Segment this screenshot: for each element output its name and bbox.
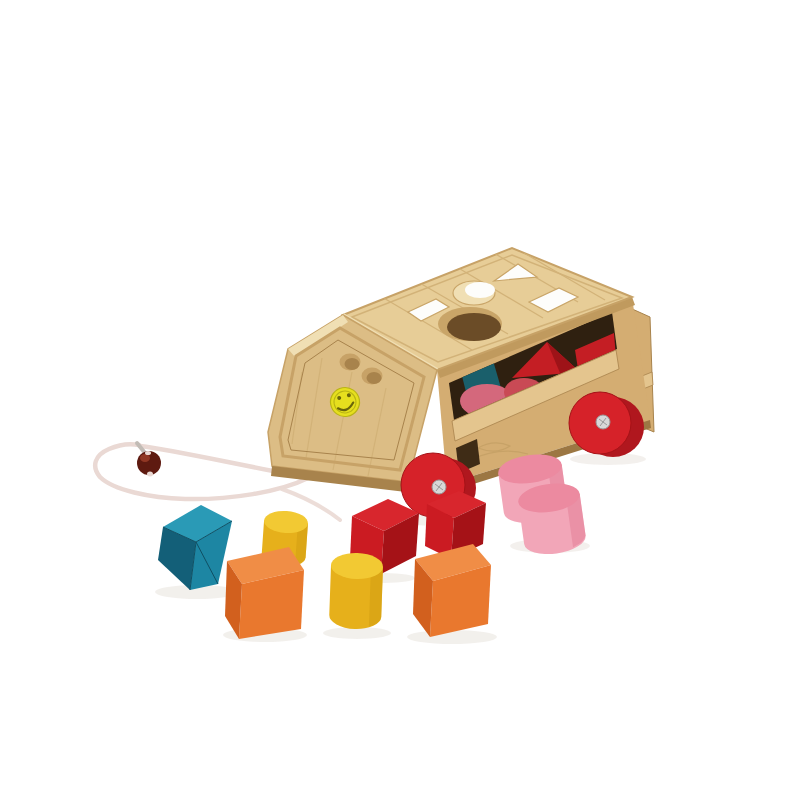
product-photo: [0, 0, 800, 800]
yellow-cylinder-2: [329, 552, 384, 630]
front-wheel-screw: [432, 480, 446, 494]
rear-wheel-screw: [596, 415, 610, 429]
cab-indent-2: [362, 368, 383, 385]
pink-cylinder-2: [516, 480, 587, 558]
orange-block-1: [225, 547, 304, 639]
toy-truck-scene: [0, 0, 800, 800]
orange-block-2: [413, 544, 491, 637]
cab-indent-1: [340, 354, 361, 371]
hole-oval: [453, 281, 495, 305]
hole-circle: [438, 307, 502, 341]
